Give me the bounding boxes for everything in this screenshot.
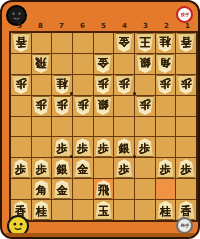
sente-piece-歩-6-6[interactable]: 歩 [74,138,92,156]
sente-piece-角-8-8[interactable]: 角 [32,180,50,198]
cell-9-7[interactable]: 歩 [11,158,31,178]
smiley-face-icon [9,217,27,235]
cell-8-5[interactable] [32,117,52,137]
piece-tile: 歩 [74,138,92,156]
cell-5-8[interactable]: 飛 [94,179,114,199]
cell-8-2[interactable]: 飛 [32,54,52,74]
cell-4-6[interactable]: 銀 [114,137,134,157]
cell-9-8[interactable] [11,179,31,199]
piece-tile: 桂 [32,201,50,219]
gote-piece-飛-8-2[interactable]: 飛 [32,55,50,73]
piece-tile: 桂 [53,76,71,94]
star-point [70,155,73,158]
cell-6-5[interactable] [73,117,93,137]
cell-1-7[interactable]: 歩 [176,158,196,178]
piece-tile: 歩 [136,138,154,156]
cell-2-5[interactable] [156,117,176,137]
cell-9-3[interactable]: 歩 [11,75,31,95]
piece-tile: 玉 [94,201,112,219]
cell-7-9[interactable] [52,200,72,220]
cell-3-1[interactable]: 王 [135,33,155,53]
cell-2-1[interactable]: 桂 [156,33,176,53]
piece-tile: 歩 [12,76,30,94]
cell-4-3[interactable]: 歩 [114,75,134,95]
cell-8-7[interactable]: 歩 [32,158,52,178]
sente-piece-歩-3-6[interactable]: 歩 [136,138,154,156]
file-label: 6 [72,22,93,31]
cell-5-2[interactable]: 金 [94,54,114,74]
gote-piece-歩-3-4[interactable]: 歩 [136,97,154,115]
cell-1-4[interactable] [176,96,196,116]
piece-tile: 歩 [94,76,112,94]
cell-3-6[interactable]: 歩 [135,137,155,157]
cell-2-9[interactable]: 桂 [156,200,176,220]
cell-8-4[interactable]: 歩 [32,96,52,116]
cell-6-3[interactable] [73,75,93,95]
cell-9-2[interactable] [11,54,31,74]
cell-3-8[interactable] [135,179,155,199]
gote-badge: 後手 [176,6,193,23]
piece-tile: 歩 [53,138,71,156]
cell-8-1[interactable] [32,33,52,53]
gote-piece-銀-5-4[interactable]: 銀 [94,97,112,115]
gote-piece-歩-8-4[interactable]: 歩 [32,97,50,115]
gote-piece-歩-7-4[interactable]: 歩 [53,97,71,115]
star-point [133,92,136,95]
sente-piece-玉-5-9[interactable]: 玉 [94,201,112,219]
gote-badge-label: 後手 [180,12,189,16]
file-label: 8 [30,22,51,31]
piece-tile: 歩 [12,159,30,177]
piece-tile: 角 [32,180,50,198]
piece-tile: 歩 [136,97,154,115]
sente-piece-飛-5-8[interactable]: 飛 [94,180,112,198]
cell-9-1[interactable]: 香 [11,33,31,53]
sente-piece-歩-5-6[interactable]: 歩 [94,138,112,156]
piece-tile: 飛 [32,55,50,73]
sente-piece-金-7-8[interactable]: 金 [53,180,71,198]
cell-3-5[interactable] [135,117,155,137]
file-label: 4 [114,22,135,31]
cell-6-9[interactable] [73,200,93,220]
gote-piece-銀-3-2[interactable]: 銀 [136,55,154,73]
cell-5-5[interactable] [94,117,114,137]
sente-piece-金-6-7[interactable]: 金 [74,159,92,177]
cell-1-3[interactable]: 歩 [176,75,196,95]
cell-1-6[interactable] [176,137,196,157]
gote-piece-歩-4-3[interactable]: 歩 [115,76,133,94]
cell-3-3[interactable] [135,75,155,95]
gote-piece-角-2-2[interactable]: 角 [156,55,174,73]
piece-tile: 銀 [136,55,154,73]
cell-7-5[interactable] [52,117,72,137]
cell-5-9[interactable]: 玉 [94,200,114,220]
cell-1-1[interactable]: 香 [176,33,196,53]
cell-4-9[interactable] [114,200,134,220]
cell-7-1[interactable] [52,33,72,53]
file-label: 3 [135,22,156,31]
piece-tile: 飛 [94,180,112,198]
file-label: 5 [93,22,114,31]
gote-piece-桂-2-1[interactable]: 桂 [156,34,174,52]
cell-1-5[interactable] [176,117,196,137]
piece-tile: 金 [74,159,92,177]
piece-tile: 香 [177,34,195,52]
sente-piece-桂-2-9[interactable]: 桂 [156,201,174,219]
file-label: 2 [156,22,177,31]
piece-tile: 歩 [53,97,71,115]
sente-piece-歩-1-7[interactable]: 歩 [177,159,195,177]
sente-piece-銀-7-7[interactable]: 銀 [53,159,71,177]
piece-tile: 角 [156,55,174,73]
cell-5-1[interactable] [94,33,114,53]
cell-5-7[interactable] [94,158,114,178]
shogi-app-window: 後手 987654321 一二三四五六七八九 香金王桂香飛金銀角歩桂歩歩歩歩歩歩… [0,0,200,239]
cell-2-7[interactable]: 歩 [156,158,176,178]
piece-tile: 歩 [32,159,50,177]
gote-piece-歩-2-3[interactable]: 歩 [156,76,174,94]
cell-5-4[interactable]: 銀 [94,96,114,116]
cell-1-8[interactable] [176,179,196,199]
sente-piece-歩-9-7[interactable]: 歩 [12,159,30,177]
cell-6-7[interactable]: 金 [73,158,93,178]
cell-4-4[interactable] [114,96,134,116]
sente-piece-歩-8-7[interactable]: 歩 [32,159,50,177]
sente-badge: 先手 [176,217,193,234]
cell-3-7[interactable] [135,158,155,178]
gote-piece-金-5-2[interactable]: 金 [94,55,112,73]
piece-tile: 王 [136,34,154,52]
piece-tile: 歩 [177,159,195,177]
sente-badge-label: 先手 [180,223,189,227]
cell-4-7[interactable]: 歩 [114,158,134,178]
gote-piece-歩-1-3[interactable]: 歩 [177,76,195,94]
file-label: 9 [9,22,30,31]
cell-7-6[interactable]: 歩 [52,137,72,157]
cell-9-4[interactable] [11,96,31,116]
star-point [133,155,136,158]
cell-2-4[interactable] [156,96,176,116]
gote-piece-歩-5-3[interactable]: 歩 [94,76,112,94]
cell-7-4[interactable]: 歩 [52,96,72,116]
cell-2-6[interactable] [156,137,176,157]
cell-2-8[interactable] [156,179,176,199]
gote-piece-金-4-1[interactable]: 金 [115,34,133,52]
cell-3-4[interactable]: 歩 [135,96,155,116]
piece-tile: 歩 [156,76,174,94]
player-avatar [7,215,29,237]
sente-piece-桂-8-9[interactable]: 桂 [32,201,50,219]
gote-piece-歩-6-4[interactable]: 歩 [74,97,92,115]
piece-tile: 銀 [115,138,133,156]
cell-6-6[interactable]: 歩 [73,137,93,157]
cell-6-4[interactable]: 歩 [73,96,93,116]
piece-tile: 金 [94,55,112,73]
cell-4-2[interactable] [114,54,134,74]
sente-piece-銀-4-6[interactable]: 銀 [115,138,133,156]
cell-9-6[interactable] [11,137,31,157]
piece-tile: 銀 [94,97,112,115]
cell-2-3[interactable]: 歩 [156,75,176,95]
piece-tile: 金 [53,180,71,198]
cell-7-8[interactable]: 金 [52,179,72,199]
cell-9-5[interactable] [11,117,31,137]
cell-7-3[interactable]: 桂 [52,75,72,95]
piece-tile: 香 [12,34,30,52]
piece-tile: 歩 [32,97,50,115]
piece-tile: 歩 [94,138,112,156]
cell-2-2[interactable]: 角 [156,54,176,74]
gote-piece-王-3-1[interactable]: 王 [136,34,154,52]
cell-6-8[interactable] [73,179,93,199]
cell-5-6[interactable]: 歩 [94,137,114,157]
board-grid: 香金王桂香飛金銀角歩桂歩歩歩歩歩歩歩銀歩歩歩歩銀歩歩歩銀金歩歩歩角金飛香桂玉桂香 [9,31,198,222]
cell-8-3[interactable] [32,75,52,95]
sente-piece-歩-4-7[interactable]: 歩 [115,159,133,177]
cell-7-2[interactable] [52,54,72,74]
file-label: 7 [51,22,72,31]
cell-8-9[interactable]: 桂 [32,200,52,220]
piece-tile: 歩 [74,97,92,115]
piece-tile: 金 [115,34,133,52]
cell-6-2[interactable] [73,54,93,74]
cell-3-9[interactable] [135,200,155,220]
gote-piece-桂-7-3[interactable]: 桂 [53,76,71,94]
gote-piece-歩-9-3[interactable]: 歩 [12,76,30,94]
star-point [70,92,73,95]
file-label: 1 [177,22,198,31]
file-labels: 987654321 [9,22,198,31]
cell-8-8[interactable]: 角 [32,179,52,199]
cell-1-2[interactable] [176,54,196,74]
cell-7-7[interactable]: 銀 [52,158,72,178]
cell-6-1[interactable] [73,33,93,53]
piece-tile: 歩 [115,76,133,94]
piece-tile: 桂 [156,201,174,219]
cell-4-1[interactable]: 金 [114,33,134,53]
piece-tile: 歩 [156,159,174,177]
piece-tile: 歩 [115,159,133,177]
sente-piece-歩-7-6[interactable]: 歩 [53,138,71,156]
piece-tile: 歩 [177,76,195,94]
sente-piece-歩-2-7[interactable]: 歩 [156,159,174,177]
gote-piece-香-9-1[interactable]: 香 [12,34,30,52]
gote-piece-香-1-1[interactable]: 香 [177,34,195,52]
cell-5-3[interactable]: 歩 [94,75,114,95]
cell-4-5[interactable] [114,117,134,137]
piece-tile: 桂 [156,34,174,52]
piece-tile: 銀 [53,159,71,177]
cell-3-2[interactable]: 銀 [135,54,155,74]
cell-4-8[interactable] [114,179,134,199]
cell-8-6[interactable] [32,137,52,157]
